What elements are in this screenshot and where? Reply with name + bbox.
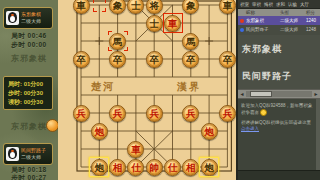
left-sidebar: 东邪象棋 二级大师 局时 00:46 步时 00:00 东邪象棋 局时: 01分…	[0, 0, 58, 180]
row-player-name: 东邪象棋	[246, 18, 280, 23]
piece-red-相[interactable]: 相	[182, 159, 199, 176]
player-rank: 二级大师	[21, 18, 41, 25]
piece-black-炮[interactable]: 炮	[201, 159, 218, 176]
player-dot-icon	[240, 28, 244, 32]
piece-red-車[interactable]: 車	[127, 141, 144, 158]
row-player-title: 二级大师	[280, 18, 306, 23]
piece-red-車[interactable]: 車	[164, 15, 181, 32]
piece-red-兵[interactable]: 兵	[109, 105, 126, 122]
chat-link[interactable]: 点击进入	[241, 126, 259, 131]
piece-black-象[interactable]: 象	[109, 0, 126, 14]
header-score: 积分	[306, 10, 320, 15]
piece-red-炮[interactable]: 炮	[91, 123, 108, 140]
piece-black-卒[interactable]: 卒	[73, 51, 90, 68]
scrollbar-track[interactable]	[246, 91, 312, 97]
move-clock: 步时 00:27	[0, 174, 58, 180]
piece-red-炮[interactable]: 炮	[201, 123, 218, 140]
xiangqi-app-window: 东邪象棋 二级大师 局时 00:46 步时 00:00 东邪象棋 局时: 01分…	[0, 0, 320, 180]
chat-area[interactable]: 欢迎加入QQ群924588，新年围棋象棋争霸赛 棋谱讲解QQ群棋牌俱乐部请进这里…	[238, 99, 320, 170]
right-panel: 棋室审棋悔棋求和认输大厅 昵称 头衔 积分 东邪象棋二级大师1240民间野路子二…	[238, 0, 320, 180]
rule-total-time: 局时: 01分00	[8, 80, 52, 89]
game-clock: 局时 00:46	[0, 32, 58, 41]
piece-red-兵[interactable]: 兵	[146, 105, 163, 122]
horizontal-scrollbar[interactable]: ◄ ►	[238, 89, 320, 99]
smiley-icon	[260, 109, 267, 116]
player-table-header: 昵称 头衔 积分	[238, 9, 320, 16]
row-player-score: 1248	[306, 27, 320, 32]
player-avatar-icon	[6, 147, 19, 161]
river-label-left: 楚河	[91, 80, 115, 94]
player-table: 昵称 头衔 积分 东邪象棋二级大师1240民间野路子二级大师1248	[238, 9, 320, 34]
piece-red-兵[interactable]: 兵	[219, 105, 236, 122]
piece-black-馬[interactable]: 馬	[109, 33, 126, 50]
player-table-row[interactable]: 东邪象棋二级大师1240	[238, 16, 320, 25]
menu-item-棋室[interactable]: 棋室	[240, 2, 249, 7]
rule-move-time: 步时: 00分30	[8, 89, 52, 98]
message-display-area: 东邪象棋 民间野路子	[238, 35, 320, 89]
player-dot-icon	[240, 19, 244, 23]
chat-scrollbar[interactable]	[316, 99, 320, 170]
chat-message: 欢迎加入QQ群924588，新年围棋象棋争霸赛	[238, 99, 320, 116]
scroll-left-icon[interactable]: ◄	[238, 91, 246, 97]
menu-item-大厅[interactable]: 大厅	[300, 2, 309, 7]
player-name: 东邪象棋	[21, 11, 41, 18]
piece-red-帥[interactable]: 帥	[146, 159, 163, 176]
header-title: 头衔	[280, 10, 306, 15]
xiangqi-board[interactable]: 楚河 漢界 車象士将象車士車馬馬卒卒卒卒卒兵兵兵兵兵炮炮車炮相仕帥仕相炮	[58, 0, 238, 180]
display-line: 民间野路子	[238, 70, 320, 83]
menu-item-审棋[interactable]: 审棋	[252, 2, 261, 7]
player-table-row[interactable]: 民间野路子二级大师1248	[238, 25, 320, 34]
row-player-score: 1240	[306, 18, 320, 23]
piece-black-車[interactable]: 車	[219, 0, 236, 14]
piece-black-将[interactable]: 将	[146, 0, 163, 14]
scroll-right-icon[interactable]: ►	[312, 91, 320, 97]
chat-message: 棋谱讲解QQ群棋牌俱乐部请进这里 点击进入	[238, 116, 320, 132]
piece-red-相[interactable]: 相	[109, 159, 126, 176]
piece-red-仕[interactable]: 仕	[164, 159, 181, 176]
piece-black-馬[interactable]: 馬	[182, 33, 199, 50]
display-line: 东邪象棋	[238, 43, 320, 56]
piece-black-士[interactable]: 士	[146, 15, 163, 32]
piece-black-車[interactable]: 車	[73, 0, 90, 14]
menu-item-认输[interactable]: 认输	[288, 2, 297, 7]
piece-black-卒[interactable]: 卒	[182, 51, 199, 68]
chat-input[interactable]	[238, 170, 320, 180]
menu-item-悔棋[interactable]: 悔棋	[264, 2, 273, 7]
row-player-title: 二级大师	[280, 27, 306, 32]
piece-red-仕[interactable]: 仕	[127, 159, 144, 176]
player-rank: 二级大师	[21, 154, 46, 161]
piece-black-卒[interactable]: 卒	[109, 51, 126, 68]
piece-black-卒[interactable]: 卒	[146, 51, 163, 68]
header-name: 昵称	[238, 10, 280, 15]
move-clock: 步时 00:00	[0, 41, 58, 50]
player-avatar-icon	[6, 11, 19, 25]
menu-item-求和[interactable]: 求和	[276, 2, 285, 7]
red-player-card[interactable]: 民间野路子 二级大师	[3, 143, 53, 165]
river-label-right: 漢界	[177, 80, 201, 94]
black-player-card[interactable]: 东邪象棋 二级大师	[3, 7, 53, 29]
menu-bar: 棋室审棋悔棋求和认输大厅	[238, 0, 320, 9]
piece-red-兵[interactable]: 兵	[182, 105, 199, 122]
piece-red-兵[interactable]: 兵	[73, 105, 90, 122]
watermark-text: 东邪象棋	[0, 53, 58, 64]
scrollbar-thumb[interactable]	[250, 91, 272, 97]
piece-black-炮[interactable]: 炮	[91, 159, 108, 176]
piece-black-卒[interactable]: 卒	[219, 51, 236, 68]
time-rules-panel: 局时: 01分00 步时: 00分30 读秒: 00分30	[3, 76, 53, 110]
row-player-name: 民间野路子	[246, 27, 280, 32]
rule-byoyomi: 读秒: 00分30	[8, 98, 52, 107]
player-name: 民间野路子	[21, 147, 46, 154]
